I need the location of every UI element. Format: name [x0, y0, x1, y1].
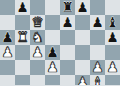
square-f2[interactable]: ♟ — [75, 75, 90, 85]
piece-black-pawn-a5[interactable]: ♟ — [1, 30, 13, 45]
square-c3[interactable] — [30, 60, 45, 75]
square-f6[interactable] — [75, 15, 90, 30]
square-d7[interactable] — [45, 0, 60, 15]
square-c2[interactable] — [30, 75, 45, 85]
piece-black-pawn-f7[interactable]: ♟ — [76, 0, 88, 15]
chess-board: ♟♜♟♛♟♟♝♟♜♞♟♟♟♟♟♟♟♟♝ — [0, 0, 120, 85]
square-h3[interactable]: ♟ — [105, 60, 120, 75]
square-a3[interactable] — [0, 60, 15, 75]
square-d3[interactable]: ♟ — [45, 60, 60, 75]
square-e2[interactable] — [60, 75, 75, 85]
piece-black-pawn-b7[interactable]: ♟ — [16, 0, 28, 15]
piece-white-queen-c6[interactable]: ♛ — [31, 15, 43, 30]
square-h5[interactable]: ♟ — [105, 30, 120, 45]
square-b7[interactable]: ♟ — [15, 0, 30, 15]
piece-white-bishop-g2[interactable]: ♝ — [91, 75, 103, 86]
piece-black-pawn-e6[interactable]: ♟ — [61, 15, 73, 30]
square-c4[interactable]: ♟ — [30, 45, 45, 60]
square-e4[interactable] — [60, 45, 75, 60]
piece-white-rook-b5[interactable]: ♜ — [16, 30, 28, 45]
square-d2[interactable] — [45, 75, 60, 85]
square-e3[interactable] — [60, 60, 75, 75]
square-b2[interactable] — [15, 75, 30, 85]
square-b5[interactable]: ♜ — [15, 30, 30, 45]
square-g6[interactable]: ♟ — [90, 15, 105, 30]
piece-black-pawn-h5[interactable]: ♟ — [106, 30, 118, 45]
square-g5[interactable] — [90, 30, 105, 45]
piece-black-rook-e7[interactable]: ♜ — [61, 0, 73, 15]
piece-white-pawn-f2[interactable]: ♟ — [76, 75, 88, 86]
piece-white-knight-c5[interactable]: ♞ — [31, 30, 43, 45]
square-f5[interactable] — [75, 30, 90, 45]
square-a7[interactable] — [0, 0, 15, 15]
piece-white-pawn-h3[interactable]: ♟ — [106, 60, 118, 75]
square-h2[interactable] — [105, 75, 120, 85]
piece-black-pawn-g6[interactable]: ♟ — [91, 15, 103, 30]
square-d6[interactable] — [45, 15, 60, 30]
square-e6[interactable]: ♟ — [60, 15, 75, 30]
square-a4[interactable]: ♟ — [0, 45, 15, 60]
square-e5[interactable] — [60, 30, 75, 45]
square-b3[interactable] — [15, 60, 30, 75]
piece-black-pawn-d4[interactable]: ♟ — [46, 45, 58, 60]
piece-white-pawn-c4[interactable]: ♟ — [31, 45, 43, 60]
piece-white-pawn-g3[interactable]: ♟ — [91, 60, 103, 75]
piece-black-bishop-h6[interactable]: ♝ — [106, 15, 118, 30]
square-b4[interactable] — [15, 45, 30, 60]
square-f7[interactable]: ♟ — [75, 0, 90, 15]
chess-board-viewport: ♟♜♟♛♟♟♝♟♜♞♟♟♟♟♟♟♟♟♝ — [0, 0, 120, 85]
piece-white-pawn-d3[interactable]: ♟ — [46, 60, 58, 75]
piece-white-pawn-a4[interactable]: ♟ — [1, 45, 13, 60]
square-f4[interactable] — [75, 45, 90, 60]
square-g2[interactable]: ♝ — [90, 75, 105, 85]
square-a2[interactable] — [0, 75, 15, 85]
